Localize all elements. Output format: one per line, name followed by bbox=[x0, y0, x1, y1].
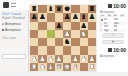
square-h7[interactable]: ♟ bbox=[88, 13, 96, 21]
move-san[interactable]: Nf3 bbox=[104, 25, 114, 28]
player-clock: 10:00 bbox=[99, 46, 126, 53]
white-knight-b1[interactable]: ♞ bbox=[39, 63, 45, 71]
nav-button-0[interactable]: ⏮ bbox=[100, 14, 105, 18]
square-e3[interactable] bbox=[63, 46, 71, 54]
black-player-name: Anonymous bbox=[5, 28, 21, 32]
alert-dot-icon bbox=[101, 19, 103, 21]
nav-button-1[interactable]: ◀ bbox=[107, 14, 112, 18]
game-variant: Rapid • Standard bbox=[2, 16, 27, 20]
square-b8[interactable] bbox=[38, 5, 46, 13]
move-nav-buttons: ⏮◀▶⏭ bbox=[100, 14, 125, 18]
square-h3[interactable] bbox=[88, 46, 96, 54]
white-pawn-g2[interactable]: ♟ bbox=[80, 55, 86, 63]
move-san[interactable]: Ng5 bbox=[104, 29, 114, 32]
move-san[interactable]: Ne4 bbox=[114, 22, 124, 25]
square-b3[interactable] bbox=[38, 46, 46, 54]
move-san[interactable]: Nf6 bbox=[114, 18, 124, 21]
black-pawn-a7[interactable]: ♟ bbox=[31, 13, 37, 21]
move-san[interactable]: e5 bbox=[104, 22, 114, 25]
square-d7[interactable] bbox=[55, 13, 63, 21]
offer-draw-button[interactable]: ½ bbox=[102, 33, 124, 38]
black-bishop-g7[interactable]: ♝ bbox=[80, 13, 86, 21]
move-san[interactable]: d6 bbox=[114, 25, 124, 28]
bottom-bar bbox=[0, 72, 128, 76]
square-h8[interactable]: ♜ bbox=[88, 5, 96, 13]
square-a4[interactable] bbox=[30, 38, 38, 46]
square-f7[interactable]: ♟ bbox=[71, 13, 79, 21]
square-c2[interactable]: ♟ bbox=[47, 55, 55, 63]
black-pawn-h7[interactable]: ♟ bbox=[89, 13, 95, 21]
square-d6[interactable]: ♟ bbox=[55, 22, 63, 30]
square-d5[interactable] bbox=[55, 30, 63, 38]
white-pawn-h2[interactable]: ♟ bbox=[89, 55, 95, 63]
square-f1[interactable]: ♝ bbox=[71, 63, 79, 71]
square-h6[interactable] bbox=[88, 22, 96, 30]
square-g1[interactable] bbox=[80, 63, 88, 71]
square-h2[interactable]: ♟ bbox=[88, 55, 96, 63]
square-a7[interactable]: ♟ bbox=[30, 13, 38, 21]
white-pawn-b2[interactable]: ♟ bbox=[39, 55, 45, 63]
square-c8[interactable]: ♝ bbox=[47, 5, 55, 13]
square-c7[interactable] bbox=[47, 13, 55, 21]
white-pawn-c2[interactable]: ♟ bbox=[47, 55, 53, 63]
square-c6[interactable] bbox=[47, 22, 55, 30]
move-san[interactable]: g6 bbox=[114, 29, 124, 32]
white-bishop-f1[interactable]: ♝ bbox=[72, 63, 78, 71]
square-a5[interactable] bbox=[30, 30, 38, 38]
player-clock-time: 10:00 bbox=[113, 47, 126, 53]
white-knight-g5[interactable]: ♞ bbox=[80, 30, 86, 38]
square-a6[interactable] bbox=[30, 22, 38, 30]
white-rook-a1[interactable]: ♜ bbox=[31, 63, 37, 71]
square-e6[interactable] bbox=[63, 22, 71, 30]
nav-button-3[interactable]: ⏭ bbox=[120, 14, 125, 18]
opponent-clock: 10:00 bbox=[99, 2, 126, 9]
square-b2[interactable]: ♟ bbox=[38, 55, 46, 63]
square-f8[interactable] bbox=[71, 5, 79, 13]
game-info-sidebar: 10+0 • Casual Rapid • Standard Anonymous… bbox=[0, 10, 29, 76]
black-pawn-f7[interactable]: ♟ bbox=[72, 13, 78, 21]
square-e8[interactable]: ♚ bbox=[63, 5, 71, 13]
square-f4[interactable] bbox=[71, 38, 79, 46]
opponent-clock-time: 10:00 bbox=[113, 3, 126, 9]
square-f3[interactable] bbox=[71, 46, 79, 54]
black-rook-h8[interactable]: ♜ bbox=[89, 5, 95, 13]
resign-button[interactable]: ⚑ bbox=[102, 40, 124, 45]
square-g2[interactable]: ♟ bbox=[80, 55, 88, 63]
black-king-e8[interactable]: ♚ bbox=[64, 5, 70, 13]
black-color-icon bbox=[2, 29, 4, 31]
square-d8[interactable]: ♛ bbox=[55, 5, 63, 13]
square-c5[interactable] bbox=[47, 30, 55, 38]
black-rook-a8[interactable]: ♜ bbox=[31, 5, 37, 13]
white-color-icon bbox=[2, 23, 4, 25]
square-a8[interactable]: ♜ bbox=[30, 5, 38, 13]
white-queen-d1[interactable]: ♛ bbox=[56, 63, 62, 71]
white-king-e1[interactable]: ♚ bbox=[64, 63, 70, 71]
square-b7[interactable]: ♟ bbox=[38, 13, 46, 21]
black-player-row: Anonymous bbox=[2, 28, 27, 32]
square-d3[interactable] bbox=[55, 46, 63, 54]
white-rook-h1[interactable]: ♜ bbox=[89, 63, 95, 71]
game-side-panel: 10:00 Anonymous ⏮◀▶⏭ 1.e4Nf62.e5Ne43.Nf3… bbox=[97, 0, 128, 76]
white-player-name: Anonymous bbox=[5, 22, 21, 26]
move-san[interactable]: e4 bbox=[104, 18, 114, 21]
black-queen-d8[interactable]: ♛ bbox=[56, 5, 62, 13]
white-pawn-d2[interactable]: ♟ bbox=[56, 55, 62, 63]
square-h1[interactable]: ♜ bbox=[88, 63, 96, 71]
app-window: 10+0 • Casual Rapid • Standard Anonymous… bbox=[0, 0, 128, 76]
move-list[interactable]: 1.e4Nf62.e5Ne43.Nf3d64.Ng5g6 bbox=[100, 18, 126, 32]
square-g7[interactable]: ♝ bbox=[80, 13, 88, 21]
square-g5[interactable]: ♞ bbox=[80, 30, 88, 38]
square-g8[interactable] bbox=[80, 5, 88, 13]
square-d1[interactable]: ♛ bbox=[55, 63, 63, 71]
app-logo-icon[interactable] bbox=[3, 2, 9, 8]
square-c1[interactable]: ♝ bbox=[47, 63, 55, 71]
black-pawn-b7[interactable]: ♟ bbox=[39, 13, 45, 21]
chat-input[interactable] bbox=[2, 54, 26, 59]
square-c4[interactable] bbox=[47, 38, 55, 46]
square-a1[interactable]: ♜ bbox=[30, 63, 38, 71]
white-bishop-c1[interactable]: ♝ bbox=[47, 63, 53, 71]
square-e5[interactable]: ♟ bbox=[63, 30, 71, 38]
white-pawn-e5[interactable]: ♟ bbox=[64, 30, 70, 38]
square-e4[interactable]: ♞ bbox=[63, 38, 71, 46]
square-a3[interactable] bbox=[30, 46, 38, 54]
square-f6[interactable] bbox=[71, 22, 79, 30]
square-a2[interactable]: ♟ bbox=[30, 55, 38, 63]
square-h5[interactable] bbox=[88, 30, 96, 38]
chess-board[interactable]: ♜♝♛♚♜♟♟♟♟♝♟♟♟♟♞♞♟♟♟♟♟♟♟♜♞♝♛♚♝♜ bbox=[30, 5, 96, 71]
white-pawn-a2[interactable]: ♟ bbox=[31, 55, 37, 63]
square-b4[interactable] bbox=[38, 38, 46, 46]
player-name: Anonymous bbox=[100, 54, 115, 58]
square-b6[interactable] bbox=[38, 22, 46, 30]
white-player-row: Anonymous bbox=[2, 22, 27, 26]
square-d4[interactable] bbox=[55, 38, 63, 46]
clock-icon bbox=[108, 48, 112, 52]
black-knight-e4[interactable]: ♞ bbox=[64, 38, 70, 46]
black-pawn-g6[interactable]: ♟ bbox=[80, 22, 86, 30]
square-f2[interactable]: ♟ bbox=[71, 55, 79, 63]
square-e2[interactable] bbox=[63, 55, 71, 63]
square-g4[interactable] bbox=[80, 38, 88, 46]
black-pawn-e7[interactable]: ♟ bbox=[64, 13, 70, 21]
chat-room-label: Chat room bbox=[2, 36, 27, 40]
square-e1[interactable]: ♚ bbox=[63, 63, 71, 71]
nav-button-2[interactable]: ▶ bbox=[113, 14, 118, 18]
menu-icon[interactable] bbox=[11, 3, 16, 7]
square-c3[interactable] bbox=[47, 46, 55, 54]
square-e7[interactable]: ♟ bbox=[63, 13, 71, 21]
square-g3[interactable] bbox=[80, 46, 88, 54]
square-h4[interactable] bbox=[88, 38, 96, 46]
black-bishop-c8[interactable]: ♝ bbox=[47, 5, 53, 13]
square-g6[interactable]: ♟ bbox=[80, 22, 88, 30]
square-b5[interactable] bbox=[38, 30, 46, 38]
move-row[interactable]: 4.Ng5g6 bbox=[100, 29, 126, 33]
clock-icon bbox=[108, 4, 112, 8]
white-pawn-f2[interactable]: ♟ bbox=[72, 55, 78, 63]
square-b1[interactable]: ♞ bbox=[38, 63, 46, 71]
black-pawn-d6[interactable]: ♟ bbox=[56, 22, 62, 30]
square-d2[interactable]: ♟ bbox=[55, 55, 63, 63]
square-f5[interactable] bbox=[71, 30, 79, 38]
